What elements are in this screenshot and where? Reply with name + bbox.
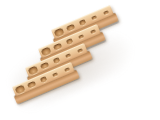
pit-r2-c5 bbox=[78, 48, 83, 53]
pit-r3-c5 bbox=[91, 29, 96, 34]
pit-r2-c4 bbox=[65, 53, 71, 59]
pit-r1-c3 bbox=[40, 76, 48, 83]
pit-r1-c4 bbox=[52, 72, 58, 78]
pit-r2-c3 bbox=[53, 57, 61, 64]
pit-r4-c4 bbox=[91, 15, 97, 21]
pit-r1-c1 bbox=[15, 85, 26, 94]
pit-r3-c4 bbox=[78, 34, 84, 40]
pit-r4-c2 bbox=[66, 23, 76, 31]
pit-r4-c3 bbox=[79, 19, 87, 26]
pit-r2-c2 bbox=[40, 61, 50, 69]
pit-r1-c2 bbox=[27, 80, 37, 88]
pit-r4-c1 bbox=[54, 28, 65, 37]
pit-r2-c1 bbox=[28, 66, 39, 75]
pit-r1-c5 bbox=[65, 67, 70, 72]
pit-r3-c3 bbox=[66, 38, 74, 45]
pit-r3-c1 bbox=[41, 47, 52, 56]
pit-r4-c5 bbox=[104, 10, 109, 15]
board-photo bbox=[0, 0, 160, 120]
pit-r3-c2 bbox=[53, 42, 63, 50]
